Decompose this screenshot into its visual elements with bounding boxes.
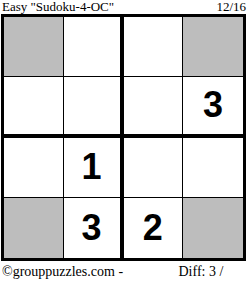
given-digit: 2: [143, 210, 163, 246]
cell-r2c2[interactable]: [64, 77, 124, 137]
given-digit: 3: [203, 87, 223, 123]
cell-r4c3: 2: [124, 198, 184, 258]
given-digit: 1: [82, 149, 102, 185]
difficulty-text: Diff: 3 / 552: [178, 264, 246, 282]
cell-r3c2: 1: [64, 138, 124, 198]
cell-r1c4[interactable]: [183, 17, 243, 77]
puzzle-title: Easy "Sudoku-4-OC": [2, 0, 114, 14]
puzzle-page: Easy "Sudoku-4-OC" 12/16 3132 ©grouppuzz…: [0, 0, 248, 282]
header: Easy "Sudoku-4-OC" 12/16: [0, 0, 248, 14]
cell-r3c4[interactable]: [183, 138, 243, 198]
cell-r2c4: 3: [183, 77, 243, 137]
given-digit: 3: [82, 210, 102, 246]
cell-r1c2[interactable]: [64, 17, 124, 77]
cell-r2c1[interactable]: [4, 77, 64, 137]
board: 3132: [1, 14, 246, 261]
cell-r2c3[interactable]: [124, 77, 184, 137]
copyright-text: ©grouppuzzles.com - 12/9/2020: [2, 264, 178, 282]
cell-r3c3[interactable]: [124, 138, 184, 198]
cell-r4c1[interactable]: [4, 198, 64, 258]
cell-r1c1[interactable]: [4, 17, 64, 77]
cell-r1c3[interactable]: [124, 17, 184, 77]
cell-r4c2: 3: [64, 198, 124, 258]
cell-r3c1[interactable]: [4, 138, 64, 198]
footer: ©grouppuzzles.com - 12/9/2020 Diff: 3 / …: [0, 264, 248, 282]
cell-counter: 12/16: [216, 0, 246, 14]
cell-r4c4[interactable]: [183, 198, 243, 258]
